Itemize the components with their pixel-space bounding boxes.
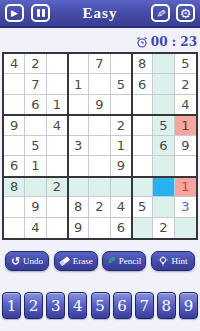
cell-r3c3[interactable]: 1 <box>47 95 68 115</box>
pen-icon: ✎ <box>154 8 166 19</box>
cell-r8c6[interactable]: 4 <box>111 197 132 217</box>
sudoku-board[interactable]: 4278571562619494251531696198219824534962 <box>4 54 196 238</box>
settings-button[interactable]: ⚙ <box>176 4 195 22</box>
cell-r4c3[interactable]: 4 <box>47 115 68 135</box>
cell-r4c5[interactable] <box>89 115 110 135</box>
cell-r3c4[interactable] <box>68 95 89 115</box>
cell-r8c9[interactable]: 3 <box>175 197 196 217</box>
undo-icon: ↺ <box>11 256 20 267</box>
cell-r4c4[interactable] <box>68 115 89 135</box>
cell-r4c6[interactable]: 2 <box>111 115 132 135</box>
cell-r4c2[interactable] <box>25 115 46 135</box>
cell-r9c4[interactable]: 9 <box>68 218 89 238</box>
cell-r4c8[interactable]: 5 <box>153 115 174 135</box>
cell-r6c8[interactable] <box>153 156 174 176</box>
cell-r9c2[interactable]: 4 <box>25 218 46 238</box>
cell-r7c2[interactable] <box>25 177 46 197</box>
cell-r8c2[interactable]: 9 <box>25 197 46 217</box>
cell-r7c4[interactable] <box>68 177 89 197</box>
eraser-icon <box>59 256 70 266</box>
cell-r9c6[interactable]: 6 <box>111 218 132 238</box>
cell-r6c6[interactable]: 9 <box>111 156 132 176</box>
difficulty-title: Easy <box>0 5 200 22</box>
cell-r4c7[interactable] <box>132 115 153 135</box>
undo-label: Undo <box>23 256 43 266</box>
cell-r3c5[interactable]: 9 <box>89 95 110 115</box>
cell-r1c7[interactable]: 8 <box>132 54 153 74</box>
pencil-button[interactable]: ✎ Pencil <box>102 251 146 271</box>
cell-r5c2[interactable]: 5 <box>25 136 46 156</box>
cell-r5c6[interactable]: 1 <box>111 136 132 156</box>
cell-r8c4[interactable]: 8 <box>68 197 89 217</box>
numpad-7[interactable]: 7 <box>135 292 154 319</box>
undo-button[interactable]: ↺ Undo <box>5 251 49 271</box>
cell-r5c1[interactable] <box>4 136 25 156</box>
cell-r5c9[interactable]: 9 <box>175 136 196 156</box>
timer-row: 00 : 23 <box>0 35 200 49</box>
cell-r1c9[interactable]: 5 <box>175 54 196 74</box>
play-button[interactable]: ▶ <box>5 4 24 22</box>
cell-r3c2[interactable]: 6 <box>25 95 46 115</box>
cell-r5c7[interactable] <box>132 136 153 156</box>
pause-button[interactable] <box>31 4 50 22</box>
cell-r9c9[interactable] <box>175 218 196 238</box>
board-frame: 4278571562619494251531696198219824534962 <box>2 52 198 240</box>
numpad-3[interactable]: 3 <box>46 292 65 319</box>
timer-value: 00 : 23 <box>151 35 197 49</box>
cell-r8c7[interactable]: 5 <box>132 197 153 217</box>
number-pad: 123456789 <box>0 292 200 319</box>
cell-r2c4[interactable]: 1 <box>68 74 89 94</box>
cell-r5c5[interactable] <box>89 136 110 156</box>
cell-r6c7[interactable] <box>132 156 153 176</box>
toolbar: ↺ Undo Erase ✎ Pencil Hint <box>0 251 200 271</box>
cell-r3c9[interactable]: 4 <box>175 95 196 115</box>
gear-icon: ⚙ <box>180 7 192 20</box>
cell-r4c1[interactable]: 9 <box>4 115 25 135</box>
cell-r7c8[interactable] <box>153 177 174 197</box>
cell-r3c7[interactable] <box>132 95 153 115</box>
cell-r1c5[interactable]: 7 <box>89 54 110 74</box>
numpad-6[interactable]: 6 <box>113 292 132 319</box>
cell-r9c1[interactable] <box>4 218 25 238</box>
cell-r1c4[interactable] <box>68 54 89 74</box>
pencil-icon: ✎ <box>107 256 115 266</box>
cell-r3c1[interactable] <box>4 95 25 115</box>
cell-r6c5[interactable] <box>89 156 110 176</box>
pause-icon <box>37 9 45 17</box>
top-bar: ▶ Easy ✎ ⚙ <box>0 0 200 28</box>
cell-r1c8[interactable] <box>153 54 174 74</box>
cell-r7c6[interactable] <box>111 177 132 197</box>
numpad-5[interactable]: 5 <box>91 292 110 319</box>
cell-r5c4[interactable]: 3 <box>68 136 89 156</box>
cell-r9c7[interactable] <box>132 218 153 238</box>
cell-r2c6[interactable]: 5 <box>111 74 132 94</box>
numpad-8[interactable]: 8 <box>157 292 176 319</box>
numpad-1[interactable]: 1 <box>2 292 21 319</box>
cell-r2c3[interactable] <box>47 74 68 94</box>
cell-r5c8[interactable]: 6 <box>153 136 174 156</box>
pencil-label: Pencil <box>119 256 142 266</box>
cell-r2c5[interactable] <box>89 74 110 94</box>
cell-r7c7[interactable] <box>132 177 153 197</box>
cell-r6c9[interactable] <box>175 156 196 176</box>
cell-r1c6[interactable] <box>111 54 132 74</box>
numpad-2[interactable]: 2 <box>24 292 43 319</box>
alarm-clock-icon <box>136 36 148 48</box>
erase-label: Erase <box>73 256 93 266</box>
cell-r1c1[interactable]: 4 <box>4 54 25 74</box>
cell-r7c9[interactable]: 1 <box>175 177 196 197</box>
cell-r9c8[interactable]: 2 <box>153 218 174 238</box>
cell-r8c5[interactable]: 2 <box>89 197 110 217</box>
cell-r1c3[interactable] <box>47 54 68 74</box>
cell-r2c2[interactable]: 7 <box>25 74 46 94</box>
cell-r7c5[interactable] <box>89 177 110 197</box>
hint-button[interactable]: Hint <box>151 251 195 271</box>
cell-r9c3[interactable] <box>47 218 68 238</box>
cell-r8c3[interactable] <box>47 197 68 217</box>
cell-r2c8[interactable] <box>153 74 174 94</box>
cell-r7c1[interactable]: 8 <box>4 177 25 197</box>
cell-r3c8[interactable] <box>153 95 174 115</box>
cell-r6c1[interactable]: 6 <box>4 156 25 176</box>
cell-r6c2[interactable]: 1 <box>25 156 46 176</box>
bulb-icon <box>158 256 168 267</box>
cell-r4c9[interactable]: 1 <box>175 115 196 135</box>
cell-r9c5[interactable] <box>89 218 110 238</box>
cell-r5c3[interactable] <box>47 136 68 156</box>
erase-button[interactable]: Erase <box>54 251 98 271</box>
cell-r2c1[interactable] <box>4 74 25 94</box>
pen-mode-button[interactable]: ✎ <box>151 4 170 22</box>
numpad-4[interactable]: 4 <box>68 292 87 319</box>
play-icon: ▶ <box>11 9 18 18</box>
cell-r6c4[interactable] <box>68 156 89 176</box>
cell-r7c3[interactable]: 2 <box>47 177 68 197</box>
cell-r6c3[interactable] <box>47 156 68 176</box>
hint-label: Hint <box>171 256 187 266</box>
cell-r1c2[interactable]: 2 <box>25 54 46 74</box>
numpad-9[interactable]: 9 <box>179 292 198 319</box>
cell-r2c7[interactable]: 6 <box>132 74 153 94</box>
cell-r2c9[interactable]: 2 <box>175 74 196 94</box>
cell-r8c8[interactable] <box>153 197 174 217</box>
cell-r3c6[interactable] <box>111 95 132 115</box>
cell-r8c1[interactable] <box>4 197 25 217</box>
